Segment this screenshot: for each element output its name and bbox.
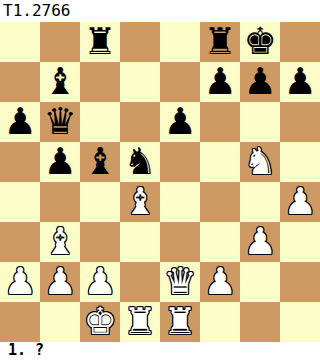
square-e5[interactable]: [160, 142, 200, 182]
piece-black-pawn: ♟: [243, 62, 276, 102]
piece-white-pawn: ♟: [243, 222, 276, 262]
square-b7[interactable]: ♝: [40, 62, 80, 102]
square-h6[interactable]: [280, 102, 320, 142]
square-a6[interactable]: ♟: [0, 102, 40, 142]
piece-white-knight: ♞: [243, 142, 276, 182]
square-f2[interactable]: ♟: [200, 262, 240, 302]
square-c5[interactable]: ♝: [80, 142, 120, 182]
puzzle-title: T1.2766: [0, 0, 320, 22]
square-g5[interactable]: ♞: [240, 142, 280, 182]
square-b2[interactable]: ♟: [40, 262, 80, 302]
square-b3[interactable]: ♝: [40, 222, 80, 262]
piece-black-rook: ♜: [83, 22, 116, 62]
square-a2[interactable]: ♟: [0, 262, 40, 302]
square-e1[interactable]: ♜: [160, 302, 200, 342]
square-f7[interactable]: ♟: [200, 62, 240, 102]
piece-black-bishop: ♝: [43, 62, 76, 102]
square-h8[interactable]: [280, 22, 320, 62]
square-h3[interactable]: [280, 222, 320, 262]
square-d4[interactable]: ♝: [120, 182, 160, 222]
piece-black-king: ♚: [243, 22, 276, 62]
move-prompt: 1. ?: [0, 342, 320, 360]
piece-white-pawn: ♟: [83, 262, 116, 302]
piece-white-rook: ♜: [123, 302, 156, 342]
square-d3[interactable]: [120, 222, 160, 262]
square-d5[interactable]: ♞: [120, 142, 160, 182]
piece-white-bishop: ♝: [43, 222, 76, 262]
square-h5[interactable]: [280, 142, 320, 182]
piece-black-pawn: ♟: [163, 102, 196, 142]
square-d1[interactable]: ♜: [120, 302, 160, 342]
square-d7[interactable]: [120, 62, 160, 102]
square-h7[interactable]: ♟: [280, 62, 320, 102]
piece-black-pawn: ♟: [3, 102, 36, 142]
square-c1[interactable]: ♚: [80, 302, 120, 342]
square-c3[interactable]: [80, 222, 120, 262]
square-e4[interactable]: [160, 182, 200, 222]
square-a3[interactable]: [0, 222, 40, 262]
square-c8[interactable]: ♜: [80, 22, 120, 62]
piece-white-pawn: ♟: [203, 262, 236, 302]
square-e2[interactable]: ♛: [160, 262, 200, 302]
square-b6[interactable]: ♛: [40, 102, 80, 142]
piece-black-knight: ♞: [123, 142, 156, 182]
square-a5[interactable]: [0, 142, 40, 182]
piece-white-pawn: ♟: [3, 262, 36, 302]
square-e6[interactable]: ♟: [160, 102, 200, 142]
square-b8[interactable]: [40, 22, 80, 62]
square-g1[interactable]: [240, 302, 280, 342]
square-a1[interactable]: [0, 302, 40, 342]
square-f4[interactable]: [200, 182, 240, 222]
piece-black-bishop: ♝: [83, 142, 116, 182]
square-f1[interactable]: [200, 302, 240, 342]
square-a8[interactable]: [0, 22, 40, 62]
piece-black-queen: ♛: [43, 102, 76, 142]
piece-white-queen: ♛: [163, 262, 196, 302]
square-g8[interactable]: ♚: [240, 22, 280, 62]
chess-puzzle-window: T1.2766 ♜♜♚♝♟♟♟♟♛♟♟♝♞♞♝♟♝♟♟♟♟♛♟♚♜♜ 1. ?: [0, 0, 320, 360]
square-g3[interactable]: ♟: [240, 222, 280, 262]
square-a4[interactable]: [0, 182, 40, 222]
square-f3[interactable]: [200, 222, 240, 262]
square-h1[interactable]: [280, 302, 320, 342]
piece-white-pawn: ♟: [283, 182, 316, 222]
piece-black-pawn: ♟: [203, 62, 236, 102]
square-g4[interactable]: [240, 182, 280, 222]
square-d2[interactable]: [120, 262, 160, 302]
square-h2[interactable]: [280, 262, 320, 302]
square-d6[interactable]: [120, 102, 160, 142]
square-g7[interactable]: ♟: [240, 62, 280, 102]
chess-board: ♜♜♚♝♟♟♟♟♛♟♟♝♞♞♝♟♝♟♟♟♟♛♟♚♜♜: [0, 22, 320, 342]
square-c6[interactable]: [80, 102, 120, 142]
square-f6[interactable]: [200, 102, 240, 142]
piece-white-bishop: ♝: [123, 182, 156, 222]
piece-white-rook: ♜: [163, 302, 196, 342]
square-g2[interactable]: [240, 262, 280, 302]
piece-white-pawn: ♟: [43, 262, 76, 302]
square-e3[interactable]: [160, 222, 200, 262]
piece-black-pawn: ♟: [283, 62, 316, 102]
square-b5[interactable]: ♟: [40, 142, 80, 182]
square-e7[interactable]: [160, 62, 200, 102]
square-h4[interactable]: ♟: [280, 182, 320, 222]
square-f8[interactable]: ♜: [200, 22, 240, 62]
square-a7[interactable]: [0, 62, 40, 102]
piece-white-king: ♚: [83, 302, 116, 342]
square-c2[interactable]: ♟: [80, 262, 120, 302]
square-c7[interactable]: [80, 62, 120, 102]
piece-black-rook: ♜: [203, 22, 236, 62]
square-d8[interactable]: [120, 22, 160, 62]
square-g6[interactable]: [240, 102, 280, 142]
square-e8[interactable]: [160, 22, 200, 62]
piece-black-pawn: ♟: [43, 142, 76, 182]
square-b1[interactable]: [40, 302, 80, 342]
square-b4[interactable]: [40, 182, 80, 222]
square-c4[interactable]: [80, 182, 120, 222]
square-f5[interactable]: [200, 142, 240, 182]
